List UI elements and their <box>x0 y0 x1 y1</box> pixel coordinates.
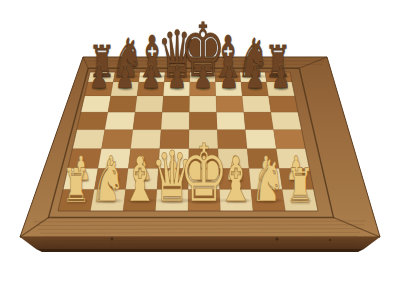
square-a1 <box>58 189 94 211</box>
square-d6 <box>162 96 189 112</box>
square-d5 <box>161 112 189 130</box>
square-h8 <box>265 72 292 82</box>
square-e2 <box>188 169 219 190</box>
square-e7 <box>190 82 216 96</box>
square-e4 <box>189 130 218 149</box>
square-b6 <box>108 96 137 112</box>
square-c6 <box>135 96 163 112</box>
square-b3 <box>98 149 131 169</box>
square-h2 <box>279 169 313 190</box>
square-f2 <box>219 169 251 190</box>
square-g7 <box>241 82 269 96</box>
square-h7 <box>266 82 294 96</box>
square-b2 <box>94 169 128 190</box>
square-a3 <box>68 149 102 169</box>
square-f8 <box>215 72 241 82</box>
square-b1 <box>91 189 126 211</box>
square-g1 <box>251 189 286 211</box>
square-a8 <box>88 72 115 82</box>
square-c1 <box>123 189 157 211</box>
square-c8 <box>139 72 165 82</box>
square-f4 <box>217 130 247 149</box>
square-c5 <box>133 112 162 130</box>
square-a5 <box>77 112 108 130</box>
square-e1 <box>188 189 221 211</box>
square-d7 <box>163 82 189 96</box>
square-h4 <box>274 130 306 149</box>
square-a6 <box>81 96 111 112</box>
square-d3 <box>158 149 188 169</box>
square-e3 <box>189 149 219 169</box>
square-e5 <box>189 112 217 130</box>
square-f7 <box>215 82 242 96</box>
square-d2 <box>157 169 189 190</box>
square-c2 <box>126 169 159 190</box>
square-g2 <box>249 169 282 190</box>
square-c3 <box>128 149 160 169</box>
square-g3 <box>247 149 279 169</box>
square-h5 <box>271 112 302 130</box>
square-e8 <box>190 72 216 82</box>
square-h6 <box>269 96 299 112</box>
square-a4 <box>72 130 104 149</box>
square-d1 <box>156 189 189 211</box>
square-g6 <box>242 96 271 112</box>
square-f6 <box>216 96 244 112</box>
square-a2 <box>63 169 98 190</box>
square-g4 <box>245 130 276 149</box>
square-c7 <box>137 82 164 96</box>
square-f1 <box>220 189 253 211</box>
square-d4 <box>160 130 189 149</box>
square-h3 <box>276 149 309 169</box>
chess-photo-scene: ♜♞♝♛♚♝♞♜♟♟♟♟♟♟♟♟♟♟♟♟♟♟♟♟♜♞♝♛♚♝♞♜ <box>0 0 400 300</box>
square-h1 <box>282 189 318 211</box>
board-svg <box>0 0 400 300</box>
square-e6 <box>189 96 216 112</box>
square-g5 <box>244 112 274 130</box>
square-b4 <box>101 130 132 149</box>
square-b8 <box>113 72 140 82</box>
square-f5 <box>217 112 246 130</box>
square-d8 <box>164 72 190 82</box>
square-b5 <box>105 112 135 130</box>
square-f3 <box>218 149 249 169</box>
square-c4 <box>131 130 161 149</box>
square-g8 <box>240 72 266 82</box>
square-b7 <box>111 82 139 96</box>
square-a7 <box>84 82 113 96</box>
